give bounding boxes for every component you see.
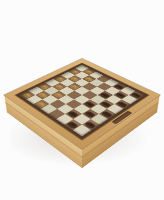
product-photo-stage: ⛂⛂⛂⛂⛂⛂⛂⛂⛂⛂⛂⛂⛂⛂⛂⛂⛂⛂⛂⛂⛂⛂⛂⛂ (0, 0, 164, 200)
checker-piece-light[interactable]: ⛂ (21, 91, 35, 99)
checker-piece-dark[interactable]: ⛂ (65, 119, 81, 129)
board-square[interactable] (58, 95, 74, 104)
board-square[interactable] (74, 95, 90, 104)
board-square[interactable] (26, 95, 42, 104)
board-square[interactable] (56, 114, 73, 125)
board-square[interactable]: ⛂ (82, 99, 98, 108)
board-square[interactable] (107, 104, 124, 114)
checker-piece-dark[interactable]: ⛂ (83, 100, 98, 109)
board-square[interactable] (90, 95, 106, 104)
checker-piece-dark[interactable]: ⛂ (99, 91, 113, 99)
board-square[interactable] (66, 99, 82, 108)
board-square[interactable] (106, 95, 122, 104)
checker-piece-light[interactable]: ⛂ (36, 91, 50, 99)
checker-piece-dark[interactable]: ⛂ (100, 109, 115, 118)
board-square[interactable] (91, 114, 108, 125)
board-square[interactable]: ⛂ (98, 99, 114, 108)
board-square[interactable] (74, 104, 91, 114)
board-square[interactable] (73, 125, 91, 137)
board-square[interactable]: ⛂ (82, 109, 99, 119)
board-square[interactable] (122, 95, 138, 104)
checker-piece-dark[interactable]: ⛂ (66, 109, 82, 118)
checker-piece-light[interactable]: ⛂ (52, 91, 66, 99)
board-square[interactable] (42, 95, 58, 104)
board-square[interactable]: ⛂ (64, 119, 82, 130)
board-square[interactable]: ⛂ (113, 91, 129, 100)
checker-piece-dark[interactable]: ⛂ (114, 91, 128, 99)
board-square[interactable]: ⛂ (99, 109, 116, 119)
checker-piece-light[interactable]: ⛂ (34, 100, 49, 109)
board-square[interactable] (48, 109, 65, 119)
board-square[interactable]: ⛂ (114, 99, 130, 108)
checker-piece-dark[interactable]: ⛂ (83, 119, 99, 129)
board-square[interactable] (73, 114, 90, 125)
checker-piece-dark[interactable]: ⛂ (99, 100, 114, 109)
checker-piece-dark[interactable]: ⛂ (83, 109, 98, 118)
board-square[interactable]: ⛂ (33, 99, 49, 108)
board-square[interactable] (90, 104, 107, 114)
board-square[interactable]: ⛂ (82, 119, 100, 130)
checker-piece-dark[interactable]: ⛂ (130, 91, 144, 99)
board-square[interactable] (50, 99, 66, 108)
board-square[interactable]: ⛂ (129, 91, 145, 100)
board-square[interactable] (41, 104, 58, 114)
board-square[interactable] (57, 104, 74, 114)
board-square[interactable]: ⛂ (20, 91, 36, 100)
checker-piece-dark[interactable]: ⛂ (115, 100, 130, 109)
board-square[interactable]: ⛂ (65, 109, 82, 119)
